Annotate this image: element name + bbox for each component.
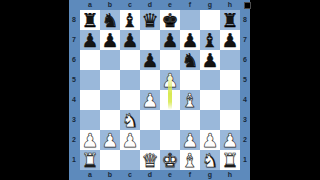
- square-g5[interactable]: [200, 70, 220, 90]
- square-d6[interactable]: ♟: [140, 50, 160, 70]
- piece-black-rook[interactable]: ♜: [220, 10, 240, 30]
- piece-white-pawn[interactable]: ♟: [120, 130, 140, 150]
- rank-label-6-right: 6: [240, 50, 250, 70]
- piece-black-rook[interactable]: ♜: [80, 10, 100, 30]
- square-a7[interactable]: ♟: [80, 30, 100, 50]
- square-b6[interactable]: [100, 50, 120, 70]
- square-h1[interactable]: ♜: [220, 150, 240, 170]
- piece-black-pawn[interactable]: ♟: [220, 30, 240, 50]
- square-g6[interactable]: ♟: [200, 50, 220, 70]
- square-a5[interactable]: [80, 70, 100, 90]
- rank-label-5-right: 5: [240, 70, 250, 90]
- square-d2[interactable]: [140, 130, 160, 150]
- square-g7[interactable]: ♝: [200, 30, 220, 50]
- file-label-g-top: g: [200, 0, 220, 10]
- square-h8[interactable]: ♜: [220, 10, 240, 30]
- file-label-a-bottom: a: [80, 170, 100, 180]
- square-d5[interactable]: [140, 70, 160, 90]
- square-c6[interactable]: [120, 50, 140, 70]
- file-label-h-bottom: h: [220, 170, 240, 180]
- rank-label-1-right: 1: [240, 150, 250, 170]
- square-g3[interactable]: [200, 110, 220, 130]
- square-d7[interactable]: [140, 30, 160, 50]
- square-b3[interactable]: [100, 110, 120, 130]
- piece-black-pawn[interactable]: ♟: [120, 30, 140, 50]
- square-f2[interactable]: ♟: [180, 130, 200, 150]
- piece-white-bishop[interactable]: ♝: [180, 150, 200, 170]
- rank-label-6-left: 6: [69, 50, 79, 70]
- square-e2[interactable]: [160, 130, 180, 150]
- square-a6[interactable]: [80, 50, 100, 70]
- square-b1[interactable]: [100, 150, 120, 170]
- square-c5[interactable]: [120, 70, 140, 90]
- square-h4[interactable]: [220, 90, 240, 110]
- square-e8[interactable]: ♚: [160, 10, 180, 30]
- square-c1[interactable]: [120, 150, 140, 170]
- chess-board[interactable]: ♜♞♝♛♚♜♟♟♟♟♟♝♟♟♞♟♟♟♝♞♟♟♟♟♟♟♜♛♚♝♞♜: [80, 10, 240, 170]
- square-e6[interactable]: [160, 50, 180, 70]
- piece-black-pawn[interactable]: ♟: [80, 30, 100, 50]
- piece-black-pawn[interactable]: ♟: [180, 30, 200, 50]
- square-f5[interactable]: [180, 70, 200, 90]
- square-d4[interactable]: ♟: [140, 90, 160, 110]
- piece-white-pawn[interactable]: ♟: [220, 130, 240, 150]
- square-c8[interactable]: ♝: [120, 10, 140, 30]
- square-b4[interactable]: [100, 90, 120, 110]
- square-d1[interactable]: ♛: [140, 150, 160, 170]
- square-e3[interactable]: [160, 110, 180, 130]
- square-d3[interactable]: [140, 110, 160, 130]
- square-a8[interactable]: ♜: [80, 10, 100, 30]
- square-a2[interactable]: ♟: [80, 130, 100, 150]
- square-h3[interactable]: [220, 110, 240, 130]
- square-e7[interactable]: ♟: [160, 30, 180, 50]
- square-b2[interactable]: ♟: [100, 130, 120, 150]
- piece-white-queen[interactable]: ♛: [140, 150, 160, 170]
- square-c2[interactable]: ♟: [120, 130, 140, 150]
- rank-label-2-left: 2: [69, 130, 79, 150]
- piece-white-king[interactable]: ♚: [160, 150, 180, 170]
- piece-white-knight[interactable]: ♞: [120, 110, 140, 130]
- square-g1[interactable]: ♞: [200, 150, 220, 170]
- piece-white-pawn[interactable]: ♟: [80, 130, 100, 150]
- piece-white-pawn[interactable]: ♟: [180, 130, 200, 150]
- piece-white-rook[interactable]: ♜: [220, 150, 240, 170]
- rank-label-3-right: 3: [240, 110, 250, 130]
- rank-label-4-left: 4: [69, 90, 79, 110]
- square-f7[interactable]: ♟: [180, 30, 200, 50]
- piece-black-bishop[interactable]: ♝: [200, 30, 220, 50]
- square-f6[interactable]: ♞: [180, 50, 200, 70]
- square-g2[interactable]: ♟: [200, 130, 220, 150]
- piece-white-pawn[interactable]: ♟: [140, 90, 160, 110]
- piece-black-pawn[interactable]: ♟: [160, 30, 180, 50]
- piece-black-bishop[interactable]: ♝: [120, 10, 140, 30]
- rank-label-8-right: 8: [240, 10, 250, 30]
- move-trail-highlight: [168, 73, 172, 110]
- rank-label-7-left: 7: [69, 30, 79, 50]
- file-label-d-bottom: d: [140, 170, 160, 180]
- square-a1[interactable]: ♜: [80, 150, 100, 170]
- square-h7[interactable]: ♟: [220, 30, 240, 50]
- square-g4[interactable]: [200, 90, 220, 110]
- square-g8[interactable]: [200, 10, 220, 30]
- file-label-g-bottom: g: [200, 170, 220, 180]
- file-label-e-bottom: e: [160, 170, 180, 180]
- file-label-c-bottom: c: [120, 170, 140, 180]
- piece-white-pawn[interactable]: ♟: [200, 130, 220, 150]
- square-c7[interactable]: ♟: [120, 30, 140, 50]
- rank-label-8-left: 8: [69, 10, 79, 30]
- piece-black-pawn[interactable]: ♟: [200, 50, 220, 70]
- square-b5[interactable]: [100, 70, 120, 90]
- square-c3[interactable]: ♞: [120, 110, 140, 130]
- piece-black-knight[interactable]: ♞: [180, 50, 200, 70]
- rank-label-7-right: 7: [240, 30, 250, 50]
- square-a3[interactable]: [80, 110, 100, 130]
- piece-white-rook[interactable]: ♜: [80, 150, 100, 170]
- square-b8[interactable]: ♞: [100, 10, 120, 30]
- file-label-f-top: f: [180, 0, 200, 10]
- piece-black-knight[interactable]: ♞: [100, 10, 120, 30]
- piece-black-pawn[interactable]: ♟: [100, 30, 120, 50]
- piece-white-bishop[interactable]: ♝: [180, 90, 200, 110]
- piece-white-pawn[interactable]: ♟: [100, 130, 120, 150]
- square-h6[interactable]: [220, 50, 240, 70]
- square-h5[interactable]: [220, 70, 240, 90]
- square-f4[interactable]: ♝: [180, 90, 200, 110]
- piece-black-pawn[interactable]: ♟: [140, 50, 160, 70]
- square-h2[interactable]: ♟: [220, 130, 240, 150]
- piece-black-queen[interactable]: ♛: [140, 10, 160, 30]
- corner-marker: [244, 2, 251, 9]
- square-c4[interactable]: [120, 90, 140, 110]
- file-label-f-bottom: f: [180, 170, 200, 180]
- square-d8[interactable]: ♛: [140, 10, 160, 30]
- piece-black-king[interactable]: ♚: [160, 10, 180, 30]
- rank-label-3-left: 3: [69, 110, 79, 130]
- square-f8[interactable]: [180, 10, 200, 30]
- piece-white-knight[interactable]: ♞: [200, 150, 220, 170]
- rank-label-1-left: 1: [69, 150, 79, 170]
- square-e1[interactable]: ♚: [160, 150, 180, 170]
- file-label-b-bottom: b: [100, 170, 120, 180]
- square-f3[interactable]: [180, 110, 200, 130]
- rank-label-4-right: 4: [240, 90, 250, 110]
- video-stage: aabbccddeeffgghh8877665544332211 ♜♞♝♛♚♜♟…: [0, 0, 320, 180]
- square-b7[interactable]: ♟: [100, 30, 120, 50]
- rank-label-2-right: 2: [240, 130, 250, 150]
- square-a4[interactable]: [80, 90, 100, 110]
- square-f1[interactable]: ♝: [180, 150, 200, 170]
- rank-label-5-left: 5: [69, 70, 79, 90]
